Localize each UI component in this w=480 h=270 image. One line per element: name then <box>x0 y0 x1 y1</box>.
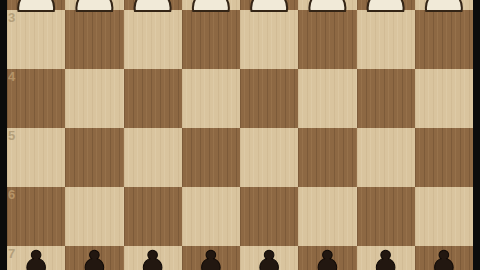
white-pawn-piece[interactable]: ♟ <box>417 0 471 20</box>
square-h2[interactable]: ♟ <box>7 0 65 10</box>
white-pawn-piece[interactable]: ♟ <box>359 0 413 20</box>
square-f4[interactable] <box>124 69 182 128</box>
square-c2[interactable]: ♟ <box>298 0 356 10</box>
black-pawn-piece[interactable]: ♟ <box>9 243 63 270</box>
square-a7[interactable]: ♟ <box>415 246 473 270</box>
square-a2[interactable]: ♟ <box>415 0 473 10</box>
white-pawn-piece[interactable]: ♟ <box>67 0 121 20</box>
black-pawn-piece[interactable]: ♟ <box>126 243 180 270</box>
black-pawn-piece[interactable]: ♟ <box>184 243 238 270</box>
square-b7[interactable]: ♟ <box>357 246 415 270</box>
square-g2[interactable]: ♟ <box>65 0 123 10</box>
letterbox-left <box>0 0 7 270</box>
square-e2[interactable]: ♟ <box>182 0 240 10</box>
black-pawn-piece[interactable]: ♟ <box>300 243 354 270</box>
square-c4[interactable] <box>298 69 356 128</box>
square-c7[interactable]: ♟ <box>298 246 356 270</box>
square-d7[interactable]: ♟ <box>240 246 298 270</box>
square-d4[interactable] <box>240 69 298 128</box>
square-b4[interactable] <box>357 69 415 128</box>
square-g4[interactable] <box>65 69 123 128</box>
white-pawn-piece[interactable]: ♟ <box>9 0 63 20</box>
black-pawn-piece[interactable]: ♟ <box>67 243 121 270</box>
chess-board: ♜♞♝♚♛♝♞♜♟♟♟♟♟♟♟♟34567♟♟♟♟♟♟♟♟♜♞♝♚♛♝♞♜ <box>7 0 473 270</box>
white-pawn-piece[interactable]: ♟ <box>300 0 354 20</box>
square-f2[interactable]: ♟ <box>124 0 182 10</box>
letterbox-right <box>473 0 480 270</box>
square-d5[interactable] <box>240 128 298 187</box>
white-pawn-piece[interactable]: ♟ <box>126 0 180 20</box>
square-h7[interactable]: 7♟ <box>7 246 65 270</box>
rank-label-4: 4 <box>8 70 15 83</box>
square-c5[interactable] <box>298 128 356 187</box>
black-pawn-piece[interactable]: ♟ <box>359 243 413 270</box>
square-g7[interactable]: ♟ <box>65 246 123 270</box>
rank-label-5: 5 <box>8 129 15 142</box>
square-e4[interactable] <box>182 69 240 128</box>
square-b5[interactable] <box>357 128 415 187</box>
white-pawn-piece[interactable]: ♟ <box>242 0 296 20</box>
square-b2[interactable]: ♟ <box>357 0 415 10</box>
rank-label-6: 6 <box>8 188 15 201</box>
square-d2[interactable]: ♟ <box>240 0 298 10</box>
square-e5[interactable] <box>182 128 240 187</box>
black-pawn-piece[interactable]: ♟ <box>242 243 296 270</box>
square-a4[interactable] <box>415 69 473 128</box>
square-h4[interactable]: 4 <box>7 69 65 128</box>
app-viewport: ♜♞♝♚♛♝♞♜♟♟♟♟♟♟♟♟34567♟♟♟♟♟♟♟♟♜♞♝♚♛♝♞♜ <box>0 0 480 270</box>
square-h5[interactable]: 5 <box>7 128 65 187</box>
white-pawn-piece[interactable]: ♟ <box>184 0 238 20</box>
square-e7[interactable]: ♟ <box>182 246 240 270</box>
square-f7[interactable]: ♟ <box>124 246 182 270</box>
square-g5[interactable] <box>65 128 123 187</box>
square-f5[interactable] <box>124 128 182 187</box>
black-pawn-piece[interactable]: ♟ <box>417 243 471 270</box>
square-a5[interactable] <box>415 128 473 187</box>
